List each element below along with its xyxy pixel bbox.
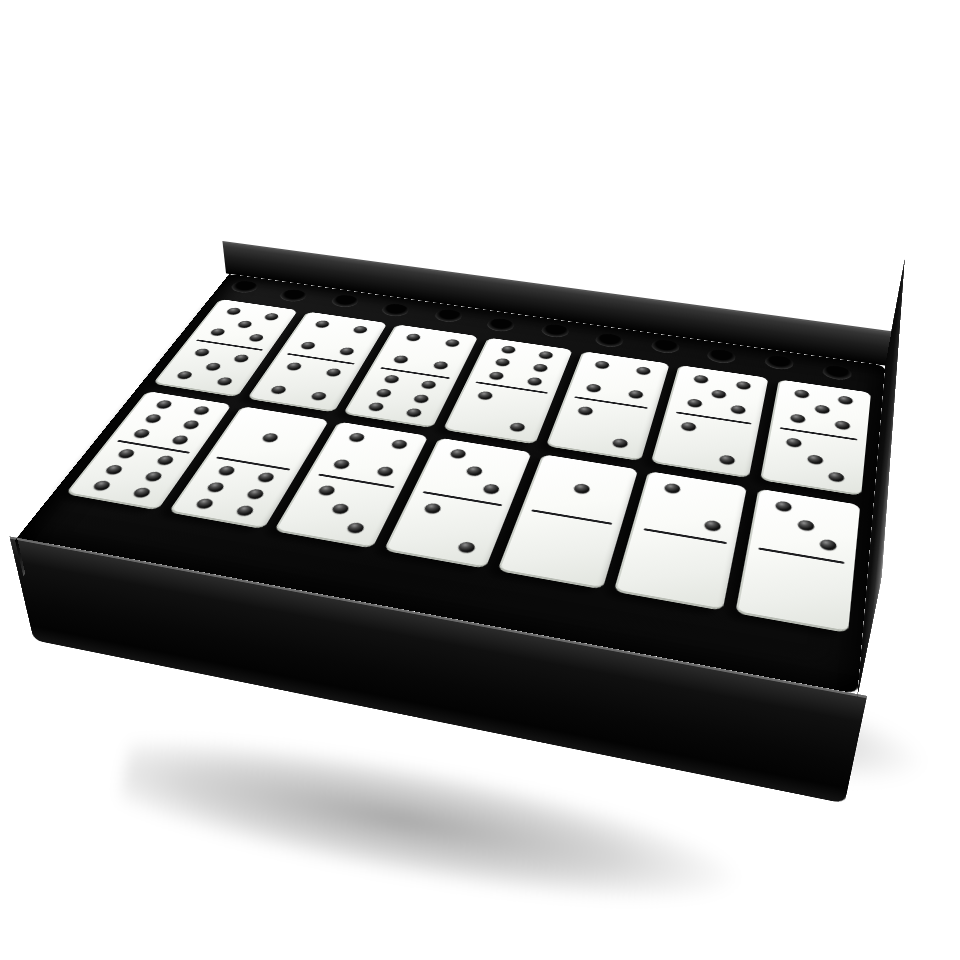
domino-pip: [338, 347, 356, 356]
tray-notch: [485, 317, 517, 333]
domino-pip: [820, 539, 838, 552]
domino-pip: [331, 503, 351, 515]
domino-pip: [235, 505, 256, 517]
domino-pip: [345, 521, 366, 534]
domino-pip: [285, 362, 303, 371]
tray-notch: [329, 294, 361, 309]
domino-pip: [132, 428, 152, 439]
domino-pip: [392, 355, 409, 364]
domino-pip: [532, 363, 549, 372]
domino-pip: [456, 541, 476, 554]
domino-half-top: [750, 489, 860, 565]
domino-pip: [790, 413, 806, 423]
domino-pip: [718, 454, 735, 465]
domino-pip: [775, 500, 793, 512]
domino-pip: [577, 406, 594, 416]
domino-half-top: [415, 438, 532, 507]
domino-pip: [572, 483, 590, 495]
domino-pip: [835, 420, 851, 431]
domino-pip: [131, 487, 152, 499]
domino-tile: [497, 454, 638, 589]
domino-pip: [703, 520, 721, 533]
domino-pip: [104, 464, 125, 475]
domino-pip: [236, 320, 254, 329]
domino-pip: [247, 333, 265, 342]
domino-pip: [405, 408, 423, 418]
domino-pip: [494, 358, 511, 367]
tray-notch: [650, 338, 681, 354]
domino-pip: [412, 394, 430, 404]
domino-pip: [449, 448, 468, 459]
product-photo-scene: [0, 0, 960, 960]
domino-half-top: [635, 471, 748, 544]
domino-pip: [225, 307, 242, 315]
domino-pip: [693, 374, 709, 384]
tray-notch: [277, 288, 309, 303]
domino-half-bottom: [738, 547, 855, 631]
domino-pip: [352, 325, 369, 334]
domino-pip: [314, 320, 331, 329]
domino-divider: [531, 509, 612, 524]
domino-half-bottom: [617, 528, 736, 609]
domino-pip: [325, 368, 343, 378]
domino-pip: [347, 432, 366, 443]
domino-pip: [205, 481, 226, 493]
domino-tile: [65, 391, 232, 510]
domino-divider: [643, 528, 727, 544]
tray-notch: [433, 308, 465, 323]
domino-pip: [465, 466, 484, 477]
domino-half-top: [523, 454, 638, 525]
domino-pip: [91, 480, 112, 492]
tray-notch: [706, 348, 737, 365]
domino-pip: [405, 333, 422, 342]
domino-pip: [204, 362, 222, 371]
domino-pip: [730, 405, 746, 415]
domino-pip: [256, 472, 276, 484]
tray-notch: [540, 323, 571, 339]
domino-pip: [299, 341, 317, 350]
domino-pip: [176, 370, 195, 380]
domino-pip: [680, 421, 697, 432]
domino-pip: [663, 483, 681, 495]
domino-half-bottom: [500, 509, 621, 587]
domino-pip: [735, 381, 751, 391]
domino-pip: [390, 439, 409, 450]
domino-tile: [614, 471, 747, 611]
domino-pip: [375, 388, 393, 398]
domino-pip: [444, 339, 461, 348]
domino-pip: [317, 484, 337, 496]
tray-notch: [228, 280, 260, 294]
domino-pip: [209, 328, 227, 337]
domino-pip: [262, 313, 279, 322]
domino-pip: [686, 398, 702, 408]
domino-pip: [628, 390, 645, 400]
domino-pip: [144, 414, 164, 424]
tray-notch: [822, 364, 852, 381]
domino-pip: [215, 376, 234, 386]
domino-pip: [635, 366, 651, 376]
domino-pip: [477, 391, 495, 401]
domino-half-bottom: [277, 473, 402, 546]
domino-pip: [797, 519, 815, 532]
domino-pip: [382, 374, 400, 384]
domino-pip: [232, 354, 250, 363]
domino-tile: [384, 438, 532, 569]
domino-pip: [420, 380, 438, 390]
domino-pip: [786, 437, 803, 448]
domino-pip: [246, 488, 267, 500]
domino-pip: [537, 350, 554, 359]
domino-pip: [814, 404, 830, 414]
domino-pip: [375, 466, 394, 477]
domino-pip: [500, 345, 517, 354]
tray-notch: [594, 332, 625, 348]
domino-divider: [318, 474, 395, 489]
domino-pip: [194, 498, 215, 510]
domino-pip: [260, 432, 279, 443]
domino-pip: [585, 383, 602, 393]
domino-half-bottom: [387, 491, 510, 567]
domino-half-bottom: [69, 440, 198, 509]
domino-half-bottom: [171, 456, 298, 527]
domino-divider: [216, 457, 290, 471]
domino-tile: [651, 365, 769, 478]
domino-pip: [170, 434, 190, 445]
domino-divider: [759, 548, 845, 565]
domino-pip: [838, 395, 854, 405]
domino-tile: [760, 379, 871, 496]
domino-pip: [332, 459, 352, 470]
domino-pip: [612, 438, 630, 449]
domino-pip: [155, 399, 174, 409]
domino-pip: [193, 348, 211, 357]
domino-pip: [807, 454, 824, 465]
domino-half-top: [310, 422, 428, 489]
domino-pip: [594, 360, 610, 369]
domino-pip: [508, 422, 526, 433]
tray-notch: [379, 303, 411, 318]
domino-case: [17, 274, 885, 694]
domino-pip: [155, 455, 175, 466]
domino-pip: [181, 420, 201, 431]
domino-half-top: [209, 406, 329, 471]
domino-pip: [310, 391, 328, 401]
domino-pip: [526, 376, 543, 386]
domino-pip: [423, 502, 443, 514]
domino-pip: [216, 465, 236, 476]
domino-pip: [794, 389, 810, 399]
domino-pip: [367, 402, 385, 412]
domino-pip: [432, 361, 449, 370]
domino-tile: [735, 489, 860, 633]
domino-pip: [143, 471, 164, 483]
tray-notch: [764, 354, 794, 371]
domino-pip: [481, 483, 500, 495]
domino-pip: [192, 405, 211, 415]
domino-divider: [423, 491, 502, 506]
domino-pip: [488, 371, 505, 381]
domino-pip: [116, 448, 137, 459]
domino-pip: [269, 385, 288, 395]
domino-pip: [828, 471, 845, 483]
domino-pip: [711, 389, 727, 399]
